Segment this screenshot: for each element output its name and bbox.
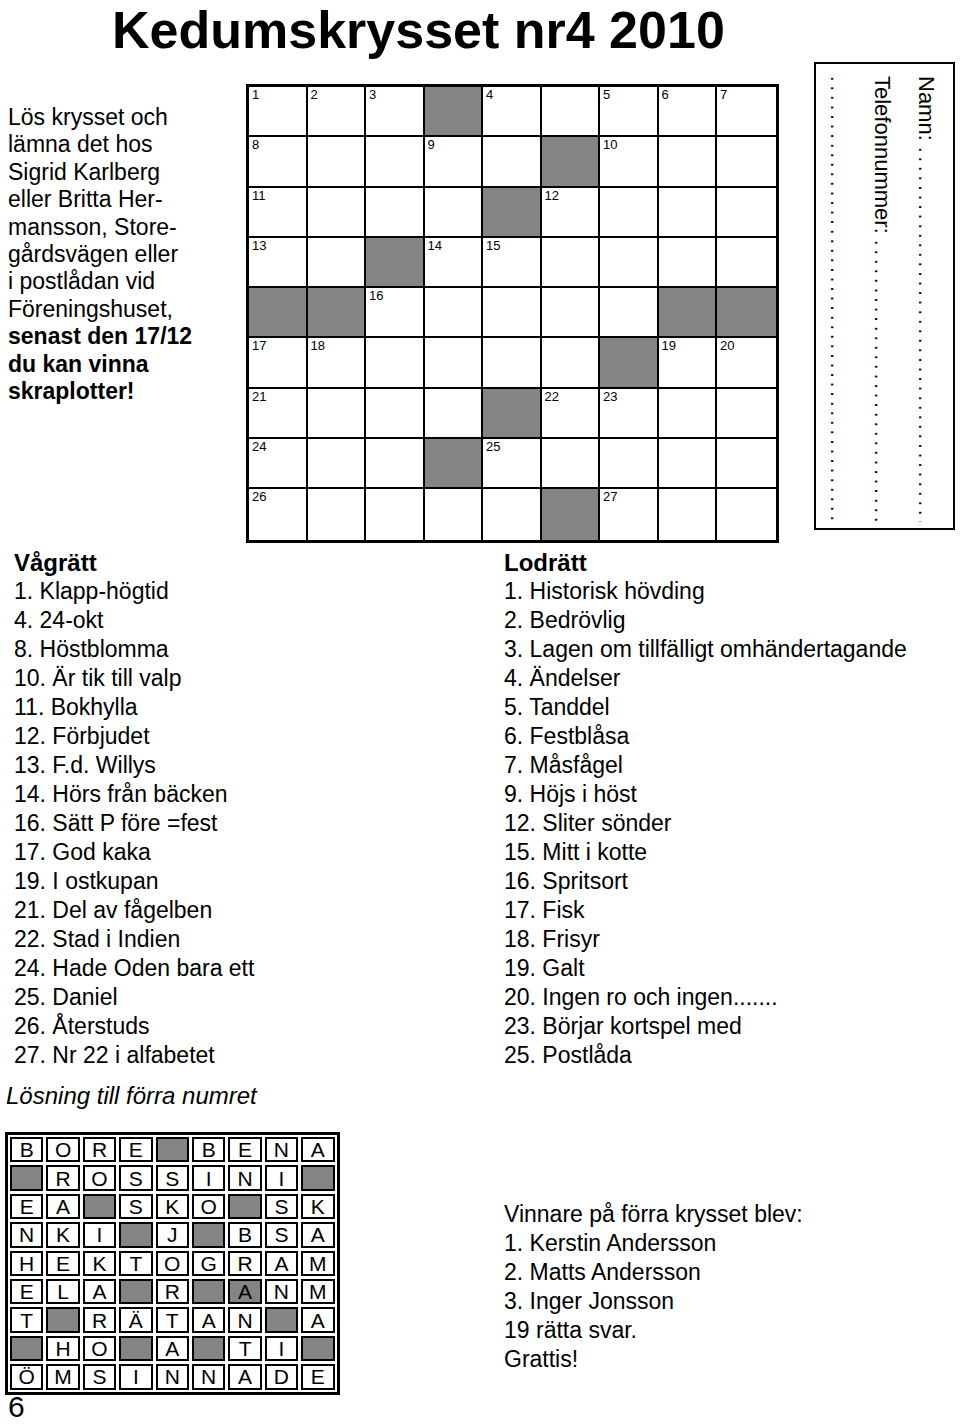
solution-cell-r1c8: N (265, 1137, 298, 1162)
solution-cell-r4c7: B (228, 1222, 261, 1247)
puzzle-cell-r3c7[interactable] (600, 188, 659, 238)
clue-number-24: 24 (252, 439, 266, 455)
puzzle-cell-r5c8-block (659, 288, 718, 338)
puzzle-cell-r5c5[interactable] (483, 288, 542, 338)
solution-cell-r3c4: S (119, 1194, 152, 1219)
solution-cell-r6c2: L (46, 1279, 79, 1304)
down-clue-list: 1. Historisk hövding2. Bedrövlig3. Lagen… (504, 577, 956, 1070)
puzzle-cell-r3c6[interactable]: 12 (542, 188, 601, 238)
puzzle-cell-r8c2[interactable] (308, 439, 367, 489)
puzzle-cell-r6c3[interactable] (366, 338, 425, 388)
puzzle-cell-r4c4[interactable]: 14 (425, 238, 484, 288)
puzzle-cell-r8c8[interactable] (659, 439, 718, 489)
intro-line: i postlådan vid (8, 268, 243, 295)
clue-down-1: 1. Historisk hövding (504, 577, 956, 606)
solution-cell-r1c1: B (10, 1137, 43, 1162)
clue-across-25: 25. Daniel (14, 983, 484, 1012)
clue-down-19: 19. Galt (504, 954, 956, 983)
clue-down-6: 6. Festblåsa (504, 722, 956, 751)
puzzle-cell-r4c7[interactable] (600, 238, 659, 288)
puzzle-cell-r4c8[interactable] (659, 238, 718, 288)
puzzle-cell-r2c1[interactable]: 8 (249, 137, 308, 187)
clue-number-26: 26 (252, 489, 266, 505)
solution-cell-r7c6: A (192, 1307, 225, 1332)
solution-cell-r9c4: I (119, 1364, 152, 1389)
clue-number-25: 25 (486, 439, 500, 455)
puzzle-cell-r7c3[interactable] (366, 389, 425, 439)
solution-cell-r4c6-block (192, 1222, 225, 1247)
clue-number-4: 4 (486, 87, 493, 103)
across-heading: Vågrätt (14, 548, 484, 577)
solution-cell-r8c4-block (119, 1336, 152, 1361)
clue-across-11: 11. Bokhylla (14, 693, 484, 722)
puzzle-cell-r1c9[interactable]: 7 (717, 87, 776, 137)
page-number: 6 (8, 1390, 25, 1424)
solution-cell-r7c8-block (265, 1307, 298, 1332)
intro-line: Föreningshuset, (8, 296, 243, 323)
puzzle-cell-r2c4[interactable]: 9 (425, 137, 484, 187)
winners-heading: Vinnare på förra krysset blev: (504, 1200, 803, 1229)
puzzle-cell-r4c3-block (366, 238, 425, 288)
clue-across-12: 12. Förbjudet (14, 722, 484, 751)
solution-cell-r4c1: N (10, 1222, 43, 1247)
puzzle-cell-r2c8[interactable] (659, 137, 718, 187)
solution-cell-r9c6: N (192, 1364, 225, 1389)
puzzle-cell-r4c6[interactable] (542, 238, 601, 288)
winners-line: 1. Kerstin Andersson (504, 1229, 803, 1258)
entry-form-box: Namn: ..................................… (814, 62, 955, 530)
clue-across-14: 14. Hörs från bäcken (14, 780, 484, 809)
clue-down-15: 15. Mitt i kotte (504, 838, 956, 867)
intro-line: Lös krysset och (8, 104, 243, 131)
clue-number-16: 16 (369, 288, 383, 304)
puzzle-cell-r4c9[interactable] (717, 238, 776, 288)
puzzle-cell-r6c1[interactable]: 17 (249, 338, 308, 388)
clue-number-23: 23 (603, 389, 617, 405)
solution-cell-r4c2: K (46, 1222, 79, 1247)
solution-cell-r3c7-block (228, 1194, 261, 1219)
solution-cell-r3c5: K (156, 1194, 189, 1219)
puzzle-cell-r5c1-block (249, 288, 308, 338)
clue-across-21: 21. Del av fågelben (14, 896, 484, 925)
solution-cell-r9c7: A (228, 1364, 261, 1389)
solution-cell-r4c3: I (83, 1222, 116, 1247)
puzzle-cell-r5c3[interactable]: 16 (366, 288, 425, 338)
solution-cell-r3c1: E (10, 1194, 43, 1219)
puzzle-cell-r1c7[interactable]: 5 (600, 87, 659, 137)
solution-cell-r8c1-block (10, 1336, 43, 1361)
puzzle-cell-r2c3[interactable] (366, 137, 425, 187)
solution-cell-r7c3: R (83, 1307, 116, 1332)
solution-grid: BOREBENAROSSINIEASKOSKNKIJBSAHEKTOGRAMEL… (5, 1132, 340, 1395)
solution-cell-r6c7: A (228, 1279, 261, 1304)
clue-number-13: 13 (252, 238, 266, 254)
clue-across-19: 19. I ostkupan (14, 867, 484, 896)
puzzle-cell-r2c2[interactable] (308, 137, 367, 187)
solution-cell-r5c6: G (192, 1251, 225, 1276)
solution-cell-r6c6-block (192, 1279, 225, 1304)
clue-number-17: 17 (252, 338, 266, 354)
solution-cell-r3c6: O (192, 1194, 225, 1219)
clue-across-17: 17. God kaka (14, 838, 484, 867)
puzzle-cell-r9c4[interactable] (425, 489, 484, 539)
solution-cell-r5c7: R (228, 1251, 261, 1276)
clue-number-12: 12 (545, 188, 559, 204)
clue-across-16: 16. Sätt P före =fest (14, 809, 484, 838)
solution-cell-r4c4-block (119, 1222, 152, 1247)
intro-line: eller Britta Her- (8, 186, 243, 213)
puzzle-cell-r2c9[interactable] (717, 137, 776, 187)
clue-across-13: 13. F.d. Willys (14, 751, 484, 780)
puzzle-cell-r3c2[interactable] (308, 188, 367, 238)
puzzle-cell-r3c1[interactable]: 11 (249, 188, 308, 238)
winners-list: 1. Kerstin Andersson2. Matts Andersson3.… (504, 1229, 803, 1374)
puzzle-cell-r4c1[interactable]: 13 (249, 238, 308, 288)
across-clues-column: Vågrätt 1. Klapp-högtid4. 24-okt8. Höstb… (14, 548, 484, 1070)
solution-cell-r3c8: S (265, 1194, 298, 1219)
puzzle-cell-r8c1[interactable]: 24 (249, 439, 308, 489)
solution-cell-r8c8: I (265, 1336, 298, 1361)
puzzle-cell-r9c5[interactable] (483, 489, 542, 539)
solution-cell-r2c9-block (301, 1165, 334, 1190)
solution-cell-r3c3-block (83, 1194, 116, 1219)
solution-cell-r8c7: T (228, 1336, 261, 1361)
solution-cell-r1c9: A (301, 1137, 334, 1162)
puzzle-cell-r2c7[interactable]: 10 (600, 137, 659, 187)
puzzle-cell-r2c5[interactable] (483, 137, 542, 187)
solution-cell-r2c3: O (83, 1165, 116, 1190)
clue-down-7: 7. Måsfågel (504, 751, 956, 780)
puzzle-cell-r3c8[interactable] (659, 188, 718, 238)
puzzle-cell-r6c7-block (600, 338, 659, 388)
solution-cell-r8c3: O (83, 1336, 116, 1361)
puzzle-cell-r1c3[interactable]: 3 (366, 87, 425, 137)
clue-number-6: 6 (662, 87, 669, 103)
clue-number-27: 27 (603, 489, 617, 505)
clue-across-24: 24. Hade Oden bara ett (14, 954, 484, 983)
puzzle-cell-r1c1[interactable]: 1 (249, 87, 308, 137)
solution-cell-r2c2: R (46, 1165, 79, 1190)
puzzle-cell-r8c9[interactable] (717, 439, 776, 489)
solution-heading: Lösning till förra numret (6, 1082, 257, 1110)
solution-cell-r9c2: M (46, 1364, 79, 1389)
intro-line: Sigrid Karlberg (8, 159, 243, 186)
puzzle-cell-r7c9[interactable] (717, 389, 776, 439)
name-field-label: Namn: (914, 76, 939, 141)
puzzle-cell-r1c8[interactable]: 6 (659, 87, 718, 137)
clue-down-20: 20. Ingen ro och ingen....... (504, 983, 956, 1012)
solution-cell-r8c5: A (156, 1336, 189, 1361)
solution-cell-r9c8: D (265, 1364, 298, 1389)
down-clues-column: Lodrätt 1. Historisk hövding2. Bedrövlig… (504, 548, 956, 1070)
clue-number-11: 11 (252, 188, 266, 204)
puzzle-cell-r5c9-block (717, 288, 776, 338)
solution-cell-r5c3: K (83, 1251, 116, 1276)
solution-cell-r2c6: I (192, 1165, 225, 1190)
puzzle-cell-r9c3[interactable] (366, 489, 425, 539)
clue-number-22: 22 (545, 389, 559, 405)
clue-number-18: 18 (311, 338, 325, 354)
solution-cell-r4c5: J (156, 1222, 189, 1247)
puzzle-cell-r7c6[interactable]: 22 (542, 389, 601, 439)
clue-number-9: 9 (428, 137, 435, 153)
puzzle-cell-r8c5[interactable]: 25 (483, 439, 542, 489)
puzzle-cell-r6c6[interactable] (542, 338, 601, 388)
solution-cell-r2c5: S (156, 1165, 189, 1190)
clue-number-21: 21 (252, 389, 266, 405)
clue-number-14: 14 (428, 238, 442, 254)
puzzle-cell-r1c5[interactable]: 4 (483, 87, 542, 137)
down-heading: Lodrätt (504, 548, 956, 577)
solution-cell-r1c5-block (156, 1137, 189, 1162)
clue-down-18: 18. Frisyr (504, 925, 956, 954)
across-clue-list: 1. Klapp-högtid4. 24-okt8. Höstblomma10.… (14, 577, 484, 1070)
solution-cell-r1c7: E (228, 1137, 261, 1162)
puzzle-cell-r5c4[interactable] (425, 288, 484, 338)
clue-across-4: 4. 24-okt (14, 606, 484, 635)
solution-cell-r7c7: N (228, 1307, 261, 1332)
solution-cell-r8c9-block (301, 1336, 334, 1361)
name-dotted-line: ........................................… (915, 147, 937, 522)
puzzle-cell-r6c5[interactable] (483, 338, 542, 388)
intro-line: skraplotter! (8, 378, 243, 405)
clue-number-8: 8 (252, 137, 259, 153)
intro-text: Lös krysset ochlämna det hosSigrid Karlb… (8, 104, 243, 405)
puzzle-cell-r3c4[interactable] (425, 188, 484, 238)
solution-cell-r8c6-block (192, 1336, 225, 1361)
clue-number-20: 20 (720, 338, 734, 354)
puzzle-cell-r1c4-block (425, 87, 484, 137)
clue-across-10: 10. Är tik till valp (14, 664, 484, 693)
solution-cell-r1c2: O (46, 1137, 79, 1162)
intro-line: du kan vinna (8, 351, 243, 378)
clue-across-22: 22. Stad i Indien (14, 925, 484, 954)
solution-cell-r6c1: E (10, 1279, 43, 1304)
clue-across-27: 27. Nr 22 i alfabetet (14, 1041, 484, 1070)
clue-down-25: 25. Postlåda (504, 1041, 956, 1070)
puzzle-grid: 1234567891011121314151617181920212223242… (246, 84, 779, 543)
solution-cell-r6c3: A (83, 1279, 116, 1304)
clue-number-1: 1 (252, 87, 259, 103)
puzzle-cell-r5c6[interactable] (542, 288, 601, 338)
clue-across-8: 8. Höstblomma (14, 635, 484, 664)
puzzle-cell-r7c5-block (483, 389, 542, 439)
intro-line: lämna det hos (8, 131, 243, 158)
puzzle-cell-r9c9[interactable] (717, 489, 776, 539)
clue-number-15: 15 (486, 238, 500, 254)
solution-cell-r8c2: H (46, 1336, 79, 1361)
solution-cell-r5c4: T (119, 1251, 152, 1276)
puzzle-cell-r4c2[interactable] (308, 238, 367, 288)
puzzle-cell-r8c3[interactable] (366, 439, 425, 489)
puzzle-cell-r9c7[interactable]: 27 (600, 489, 659, 539)
clue-down-3: 3. Lagen om tillfälligt omhändertagande (504, 635, 956, 664)
solution-cell-r6c8: N (265, 1279, 298, 1304)
puzzle-cell-r9c1[interactable]: 26 (249, 489, 308, 539)
clue-down-5: 5. Tanddel (504, 693, 956, 722)
solution-cell-r4c8: S (265, 1222, 298, 1247)
solution-cell-r7c5: T (156, 1307, 189, 1332)
puzzle-cell-r3c5-block (483, 188, 542, 238)
puzzle-cell-r9c8[interactable] (659, 489, 718, 539)
puzzle-cell-r6c9[interactable]: 20 (717, 338, 776, 388)
clue-down-12: 12. Sliter sönder (504, 809, 956, 838)
extra-write-line: ........................................… (816, 76, 860, 522)
solution-cell-r9c5: N (156, 1364, 189, 1389)
extra-dotted-line: ........................................… (827, 76, 849, 522)
solution-cell-r5c2: E (46, 1251, 79, 1276)
name-field: Namn: ..................................… (904, 76, 948, 522)
puzzle-cell-r9c2[interactable] (308, 489, 367, 539)
clue-number-2: 2 (311, 87, 318, 103)
puzzle-cell-r7c1[interactable]: 21 (249, 389, 308, 439)
solution-cell-r7c4: Ä (119, 1307, 152, 1332)
solution-cell-r2c4: S (119, 1165, 152, 1190)
solution-cell-r4c9: A (301, 1222, 334, 1247)
clue-down-4: 4. Ändelser (504, 664, 956, 693)
solution-cell-r1c6: B (192, 1137, 225, 1162)
puzzle-cell-r5c2-block (308, 288, 367, 338)
solution-cell-r5c8: A (265, 1251, 298, 1276)
solution-cell-r9c9: E (301, 1364, 334, 1389)
solution-cell-r7c9: A (301, 1307, 334, 1332)
clue-across-1: 1. Klapp-högtid (14, 577, 484, 606)
solution-cell-r9c1: Ö (10, 1364, 43, 1389)
clue-down-2: 2. Bedrövlig (504, 606, 956, 635)
puzzle-cell-r1c6[interactable] (542, 87, 601, 137)
clue-number-3: 3 (369, 87, 376, 103)
page-title: Kedumskrysset nr4 2010 (112, 0, 725, 60)
solution-cell-r1c3: R (83, 1137, 116, 1162)
solution-cell-r3c9: K (301, 1194, 334, 1219)
puzzle-cell-r7c2[interactable] (308, 389, 367, 439)
puzzle-cell-r7c8[interactable] (659, 389, 718, 439)
solution-cell-r6c5: R (156, 1279, 189, 1304)
clue-down-17: 17. Fisk (504, 896, 956, 925)
solution-cell-r5c5: O (156, 1251, 189, 1276)
solution-cell-r5c1: H (10, 1251, 43, 1276)
puzzle-cell-r6c8[interactable]: 19 (659, 338, 718, 388)
puzzle-cell-r1c2[interactable]: 2 (308, 87, 367, 137)
solution-cell-r9c3: S (83, 1364, 116, 1389)
winners-line: 3. Inger Jonsson (504, 1287, 803, 1316)
puzzle-cell-r6c2[interactable]: 18 (308, 338, 367, 388)
phone-field-label: Telefonnummer: (870, 76, 895, 234)
clue-down-16: 16. Spritsort (504, 867, 956, 896)
winners-block: Vinnare på förra krysset blev: 1. Kersti… (504, 1200, 803, 1374)
phone-dotted-line: ........................................… (871, 240, 893, 522)
puzzle-cell-r7c4[interactable] (425, 389, 484, 439)
clue-across-26: 26. Återstuds (14, 1012, 484, 1041)
puzzle-cell-r5c7[interactable] (600, 288, 659, 338)
puzzle-cell-r8c6[interactable] (542, 439, 601, 489)
solution-cell-r1c4: E (119, 1137, 152, 1162)
puzzle-cell-r7c7[interactable]: 23 (600, 389, 659, 439)
clue-number-7: 7 (720, 87, 727, 103)
puzzle-cell-r3c9[interactable] (717, 188, 776, 238)
winners-line: 19 rätta svar. (504, 1316, 803, 1345)
intro-line: gårdsvägen eller (8, 241, 243, 268)
solution-cell-r6c9: M (301, 1279, 334, 1304)
solution-cell-r2c7: N (228, 1165, 261, 1190)
winners-line: Grattis! (504, 1345, 803, 1374)
intro-line: senast den 17/12 (8, 323, 243, 350)
winners-line: 2. Matts Andersson (504, 1258, 803, 1287)
clue-number-10: 10 (603, 137, 617, 153)
solution-cell-r5c9: M (301, 1251, 334, 1276)
solution-cell-r3c2: A (46, 1194, 79, 1219)
clue-number-5: 5 (603, 87, 610, 103)
solution-cell-r7c1: T (10, 1307, 43, 1332)
clue-down-23: 23. Börjar kortspel med (504, 1012, 956, 1041)
intro-line: mansson, Store- (8, 214, 243, 241)
solution-cell-r7c2-block (46, 1307, 79, 1332)
solution-cell-r2c8: I (265, 1165, 298, 1190)
puzzle-cell-r9c6-block (542, 489, 601, 539)
puzzle-cell-r3c3[interactable] (366, 188, 425, 238)
solution-cell-r2c1-block (10, 1165, 43, 1190)
puzzle-cell-r6c4[interactable] (425, 338, 484, 388)
solution-cell-r6c4-block (119, 1279, 152, 1304)
clue-number-19: 19 (662, 338, 676, 354)
puzzle-cell-r4c5[interactable]: 15 (483, 238, 542, 288)
puzzle-cell-r8c7[interactable] (600, 439, 659, 489)
puzzle-cell-r8c4-block (425, 439, 484, 489)
puzzle-cell-r2c6-block (542, 137, 601, 187)
phone-field: Telefonnummer: .........................… (860, 76, 904, 522)
clue-down-9: 9. Höjs i höst (504, 780, 956, 809)
